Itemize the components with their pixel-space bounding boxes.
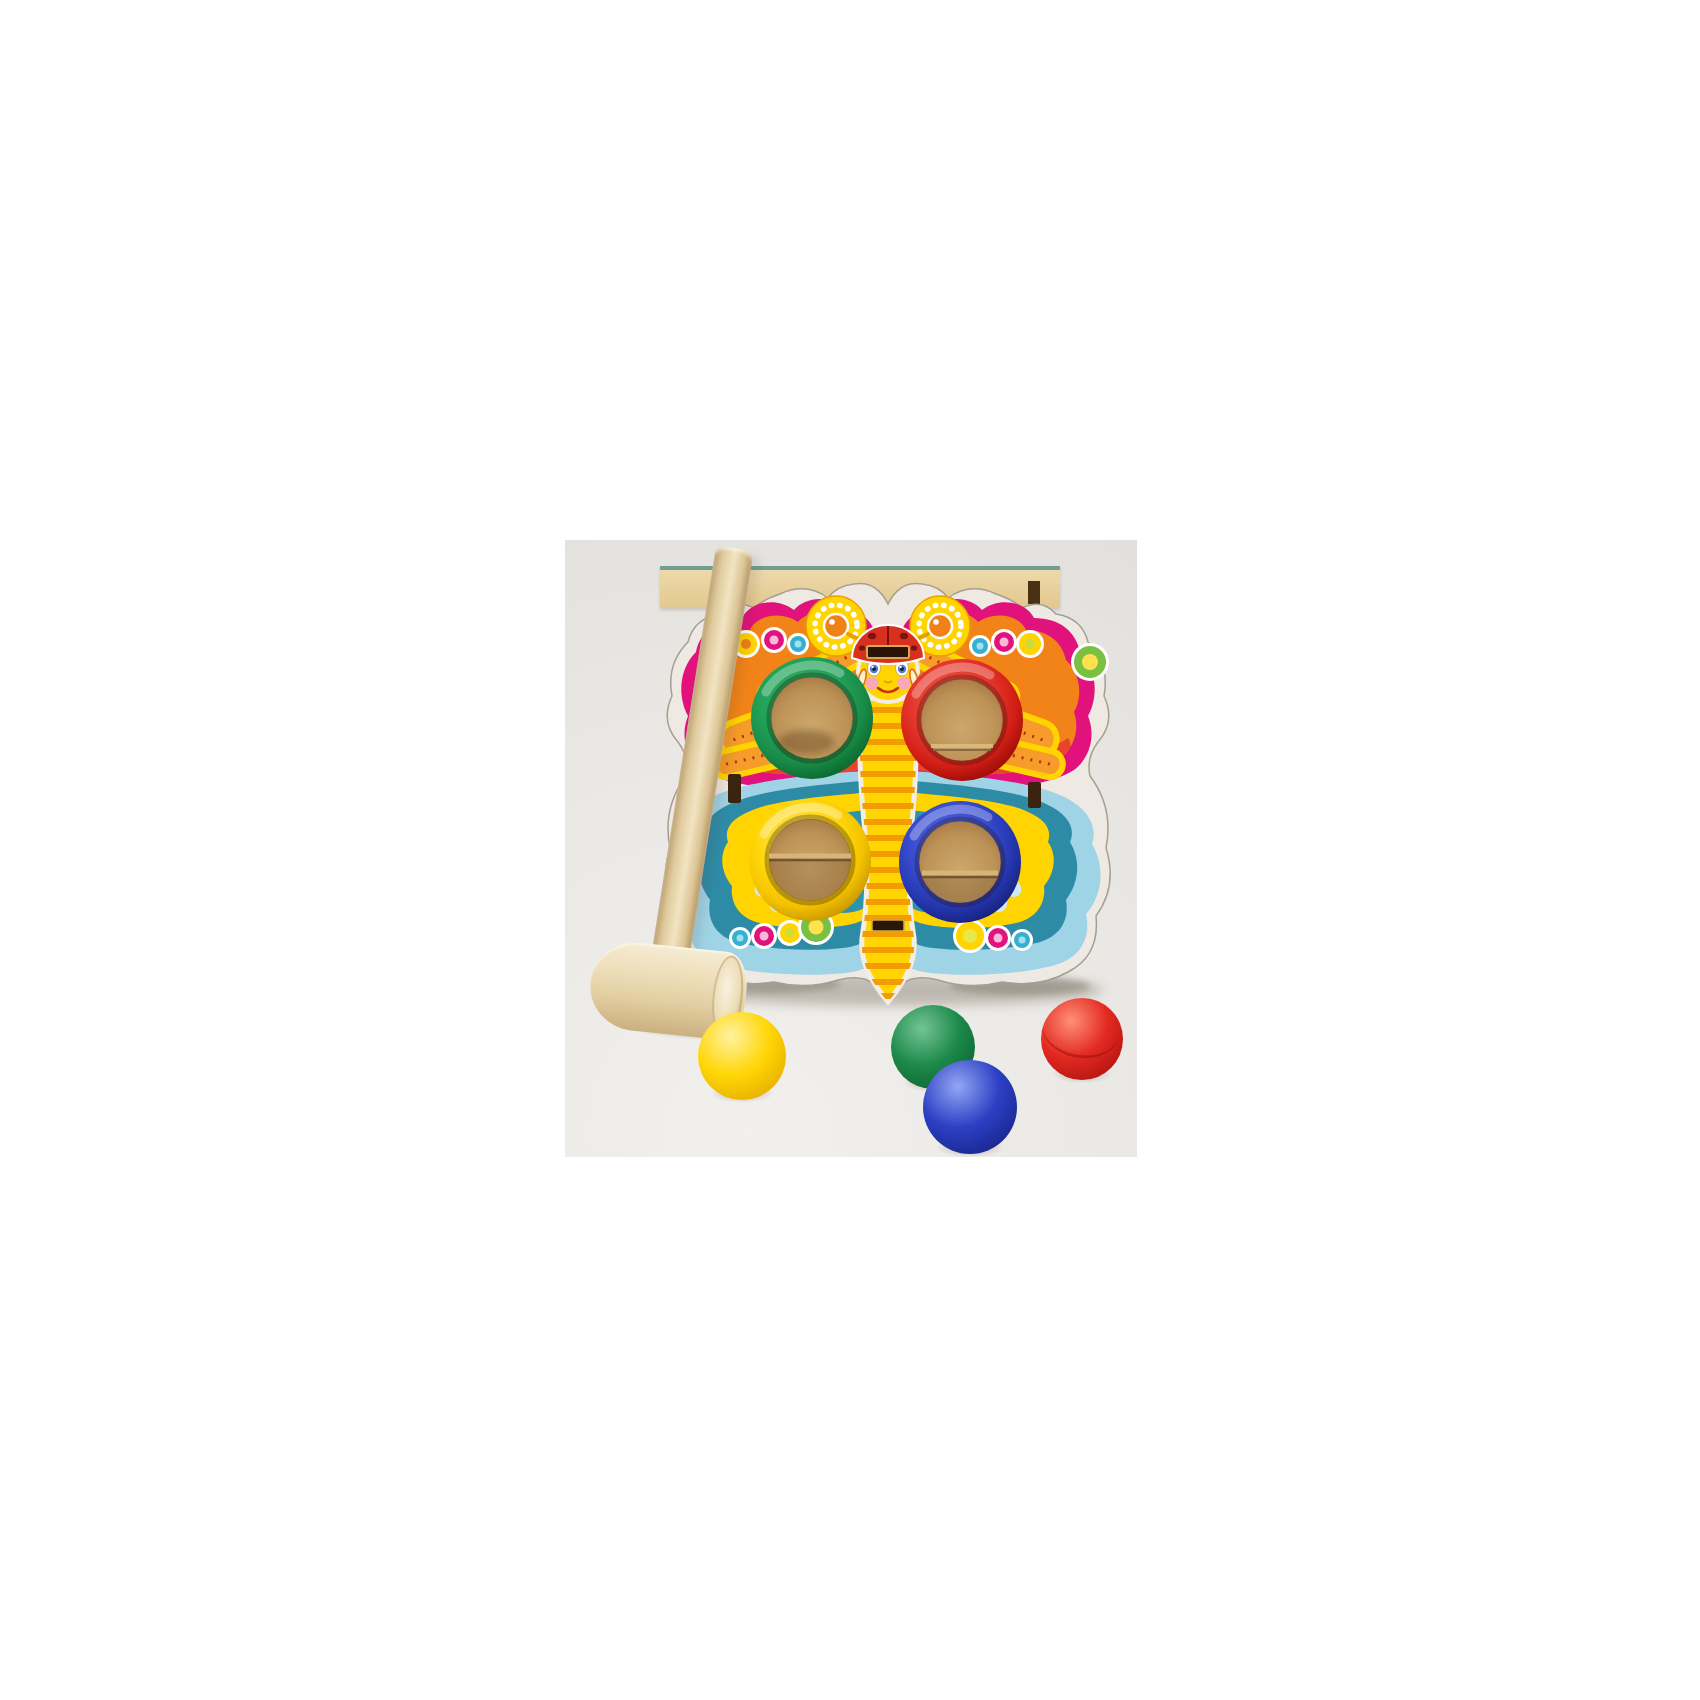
- toy-photo-area: [565, 540, 1137, 1157]
- hole-ring-yellow: [749, 799, 871, 921]
- hole-ring-blue: [899, 801, 1021, 923]
- product-photo-page: [0, 0, 1700, 1700]
- assembly-slot-left: [728, 774, 741, 803]
- hole-ring-red: [901, 659, 1023, 781]
- ball-yellow: [698, 1012, 786, 1100]
- ball-red: [1041, 998, 1123, 1080]
- assembly-slot-cap: [867, 646, 909, 658]
- assembly-slot-right: [1028, 782, 1041, 808]
- hole-ring-green: [751, 657, 873, 779]
- assembly-slot-tail: [872, 920, 904, 931]
- ball-blue: [923, 1060, 1017, 1154]
